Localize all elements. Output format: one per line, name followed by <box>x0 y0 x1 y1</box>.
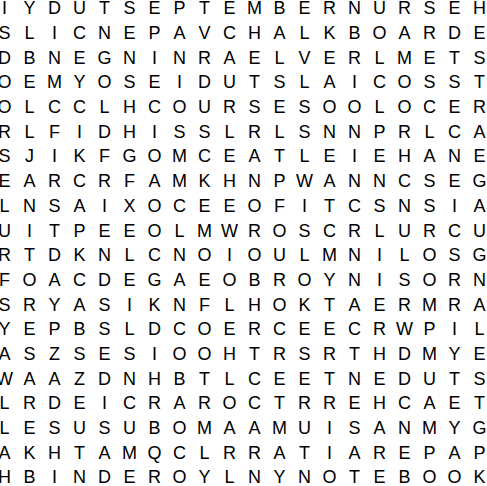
grid-cell[interactable]: G <box>467 416 487 441</box>
grid-cell[interactable]: A <box>167 21 192 46</box>
grid-cell[interactable]: S <box>167 119 192 144</box>
grid-cell[interactable]: Y <box>442 342 467 367</box>
grid-cell[interactable]: M <box>317 243 342 268</box>
grid-cell[interactable]: S <box>267 70 292 95</box>
grid-cell[interactable]: A <box>17 366 42 391</box>
grid-cell[interactable]: R <box>367 440 392 465</box>
grid-cell[interactable]: N <box>342 169 367 194</box>
grid-cell[interactable]: N <box>442 144 467 169</box>
grid-cell[interactable]: C <box>242 391 267 416</box>
grid-cell[interactable]: A <box>467 292 487 317</box>
grid-cell[interactable]: L <box>17 95 42 120</box>
grid-cell[interactable]: R <box>417 21 442 46</box>
grid-cell[interactable]: E <box>292 0 317 21</box>
grid-cell[interactable]: E <box>442 95 467 120</box>
grid-cell[interactable]: G <box>467 169 487 194</box>
grid-cell[interactable]: T <box>317 366 342 391</box>
grid-cell[interactable]: C <box>142 243 167 268</box>
grid-cell[interactable]: Y <box>267 465 292 486</box>
grid-cell[interactable]: O <box>217 391 242 416</box>
grid-cell[interactable]: U <box>117 416 142 441</box>
grid-cell[interactable]: E <box>342 391 367 416</box>
grid-cell[interactable]: W <box>392 317 417 342</box>
grid-cell[interactable]: S <box>467 45 487 70</box>
grid-cell[interactable]: N <box>392 194 417 219</box>
grid-cell[interactable]: A <box>267 440 292 465</box>
grid-cell[interactable]: T <box>442 366 467 391</box>
grid-cell[interactable]: F <box>42 119 67 144</box>
grid-cell[interactable]: M <box>192 218 217 243</box>
grid-cell[interactable]: F <box>192 292 217 317</box>
grid-cell[interactable]: T <box>242 70 267 95</box>
grid-cell[interactable]: O <box>217 268 242 293</box>
grid-cell[interactable]: B <box>142 416 167 441</box>
grid-cell[interactable]: S <box>442 243 467 268</box>
grid-cell[interactable]: R <box>342 218 367 243</box>
grid-cell[interactable]: K <box>67 144 92 169</box>
grid-cell[interactable]: B <box>17 465 42 486</box>
grid-cell[interactable]: S <box>67 342 92 367</box>
grid-cell[interactable]: E <box>92 218 117 243</box>
grid-cell[interactable]: D <box>0 45 17 70</box>
grid-cell[interactable]: U <box>192 95 217 120</box>
grid-cell[interactable]: R <box>317 0 342 21</box>
grid-cell[interactable]: E <box>317 144 342 169</box>
grid-cell[interactable]: I <box>442 194 467 219</box>
grid-cell[interactable]: A <box>242 416 267 441</box>
grid-cell[interactable]: T <box>17 243 42 268</box>
grid-cell[interactable]: N <box>117 366 142 391</box>
grid-cell[interactable]: I <box>217 243 242 268</box>
grid-cell[interactable]: P <box>42 317 67 342</box>
grid-cell[interactable]: E <box>367 366 392 391</box>
grid-cell[interactable]: T <box>67 440 92 465</box>
grid-cell[interactable]: E <box>142 0 167 21</box>
grid-cell[interactable]: E <box>217 144 242 169</box>
grid-cell[interactable]: Q <box>142 440 167 465</box>
grid-cell[interactable]: Y <box>0 317 17 342</box>
grid-cell[interactable]: O <box>192 317 217 342</box>
grid-cell[interactable]: J <box>17 144 42 169</box>
grid-cell[interactable]: D <box>42 243 67 268</box>
grid-cell[interactable]: I <box>167 70 192 95</box>
grid-cell[interactable]: L <box>367 95 392 120</box>
grid-cell[interactable]: R <box>0 119 17 144</box>
grid-cell[interactable]: R <box>17 292 42 317</box>
grid-cell[interactable]: V <box>292 45 317 70</box>
grid-cell[interactable]: O <box>317 95 342 120</box>
grid-cell[interactable]: A <box>417 391 442 416</box>
grid-cell[interactable]: M <box>167 144 192 169</box>
grid-cell[interactable]: M <box>267 416 292 441</box>
grid-cell[interactable]: A <box>217 416 242 441</box>
grid-cell[interactable]: G <box>117 144 142 169</box>
grid-cell[interactable]: N <box>17 194 42 219</box>
grid-cell[interactable]: F <box>0 268 17 293</box>
grid-cell[interactable]: I <box>317 416 342 441</box>
grid-cell[interactable]: W <box>217 218 242 243</box>
grid-cell[interactable]: U <box>417 366 442 391</box>
grid-cell[interactable]: E <box>217 0 242 21</box>
grid-cell[interactable]: O <box>0 70 17 95</box>
grid-cell[interactable]: U <box>67 0 92 21</box>
grid-cell[interactable]: E <box>392 440 417 465</box>
grid-cell[interactable]: E <box>317 45 342 70</box>
grid-cell[interactable]: O <box>367 21 392 46</box>
grid-cell[interactable]: T <box>467 391 487 416</box>
grid-cell[interactable]: C <box>392 391 417 416</box>
grid-cell[interactable]: M <box>242 0 267 21</box>
grid-cell[interactable]: T <box>267 391 292 416</box>
grid-cell[interactable]: R <box>217 95 242 120</box>
grid-cell[interactable]: L <box>292 70 317 95</box>
grid-cell[interactable]: M <box>417 292 442 317</box>
grid-cell[interactable]: C <box>367 70 392 95</box>
grid-cell[interactable]: I <box>142 119 167 144</box>
grid-cell[interactable]: H <box>367 342 392 367</box>
grid-cell[interactable]: L <box>92 95 117 120</box>
grid-cell[interactable]: O <box>417 268 442 293</box>
grid-cell[interactable]: R <box>392 292 417 317</box>
grid-cell[interactable]: S <box>292 95 317 120</box>
grid-cell[interactable]: D <box>42 0 67 21</box>
grid-cell[interactable]: L <box>0 416 17 441</box>
grid-cell[interactable]: O <box>92 70 117 95</box>
grid-cell[interactable]: D <box>92 268 117 293</box>
grid-cell[interactable]: R <box>367 317 392 342</box>
grid-cell[interactable]: O <box>267 292 292 317</box>
grid-cell[interactable]: K <box>292 292 317 317</box>
grid-cell[interactable]: E <box>217 317 242 342</box>
grid-cell[interactable]: L <box>167 218 192 243</box>
grid-cell[interactable]: D <box>42 391 67 416</box>
grid-cell[interactable]: E <box>417 45 442 70</box>
grid-cell[interactable]: S <box>92 317 117 342</box>
grid-cell[interactable]: L <box>392 243 417 268</box>
grid-cell[interactable]: N <box>92 243 117 268</box>
grid-cell[interactable]: F <box>267 194 292 219</box>
grid-cell[interactable]: C <box>117 391 142 416</box>
grid-cell[interactable]: O <box>292 268 317 293</box>
grid-cell[interactable]: H <box>392 144 417 169</box>
grid-cell[interactable]: A <box>42 366 67 391</box>
grid-cell[interactable]: R <box>0 243 17 268</box>
grid-cell[interactable]: Z <box>67 366 92 391</box>
grid-cell[interactable]: L <box>117 243 142 268</box>
grid-cell[interactable]: T <box>442 45 467 70</box>
grid-cell[interactable]: O <box>167 416 192 441</box>
grid-cell[interactable]: R <box>17 391 42 416</box>
grid-cell[interactable]: L <box>467 317 487 342</box>
grid-cell[interactable]: H <box>0 465 17 486</box>
grid-cell[interactable]: O <box>0 95 17 120</box>
grid-cell[interactable]: S <box>367 194 392 219</box>
grid-cell[interactable]: O <box>167 342 192 367</box>
grid-cell[interactable]: M <box>117 440 142 465</box>
grid-cell[interactable]: I <box>367 268 392 293</box>
grid-cell[interactable]: A <box>92 440 117 465</box>
grid-cell[interactable]: I <box>317 440 342 465</box>
grid-cell[interactable]: N <box>342 366 367 391</box>
grid-cell[interactable]: T <box>192 366 217 391</box>
grid-cell[interactable]: M <box>417 416 442 441</box>
grid-cell[interactable]: R <box>392 119 417 144</box>
grid-cell[interactable]: T <box>292 440 317 465</box>
grid-cell[interactable]: B <box>67 317 92 342</box>
grid-cell[interactable]: F <box>117 169 142 194</box>
grid-cell[interactable]: N <box>342 119 367 144</box>
grid-cell[interactable]: K <box>317 21 342 46</box>
grid-cell[interactable]: L <box>292 144 317 169</box>
grid-cell[interactable]: R <box>317 342 342 367</box>
grid-cell[interactable]: A <box>467 194 487 219</box>
grid-cell[interactable]: R <box>292 391 317 416</box>
grid-cell[interactable]: A <box>142 169 167 194</box>
grid-cell[interactable]: I <box>17 218 42 243</box>
grid-cell[interactable]: S <box>92 416 117 441</box>
grid-cell[interactable]: O <box>192 342 217 367</box>
grid-cell[interactable]: N <box>242 465 267 486</box>
grid-cell[interactable]: E <box>442 0 467 21</box>
grid-cell[interactable]: O <box>267 218 292 243</box>
grid-cell[interactable]: C <box>67 21 92 46</box>
grid-cell[interactable]: O <box>442 465 467 486</box>
grid-cell[interactable]: E <box>367 465 392 486</box>
grid-cell[interactable]: I <box>367 243 392 268</box>
grid-cell[interactable]: L <box>367 45 392 70</box>
grid-cell[interactable]: E <box>17 416 42 441</box>
grid-cell[interactable]: N <box>242 169 267 194</box>
grid-cell[interactable]: I <box>67 119 92 144</box>
grid-cell[interactable]: X <box>117 194 142 219</box>
grid-cell[interactable]: G <box>92 45 117 70</box>
grid-cell[interactable]: T <box>317 194 342 219</box>
grid-cell[interactable]: H <box>217 342 242 367</box>
grid-cell[interactable]: S <box>292 119 317 144</box>
grid-cell[interactable]: V <box>192 21 217 46</box>
grid-cell[interactable]: A <box>67 292 92 317</box>
grid-cell[interactable]: E <box>442 169 467 194</box>
grid-cell[interactable]: O <box>242 194 267 219</box>
grid-cell[interactable]: S <box>17 342 42 367</box>
grid-cell[interactable]: E <box>292 366 317 391</box>
grid-cell[interactable]: R <box>392 0 417 21</box>
grid-cell[interactable]: R <box>192 45 217 70</box>
grid-cell[interactable]: C <box>167 194 192 219</box>
grid-cell[interactable]: C <box>67 95 92 120</box>
grid-cell[interactable]: B <box>167 366 192 391</box>
grid-cell[interactable]: L <box>217 292 242 317</box>
grid-cell[interactable]: N <box>117 45 142 70</box>
grid-cell[interactable]: T <box>467 70 487 95</box>
grid-cell[interactable]: N <box>467 268 487 293</box>
grid-cell[interactable]: L <box>292 243 317 268</box>
grid-cell[interactable]: R <box>342 45 367 70</box>
grid-cell[interactable]: N <box>317 119 342 144</box>
grid-cell[interactable]: I <box>142 45 167 70</box>
grid-cell[interactable]: S <box>42 194 67 219</box>
grid-cell[interactable]: N <box>92 21 117 46</box>
grid-cell[interactable]: I <box>342 144 367 169</box>
grid-cell[interactable]: R <box>267 268 292 293</box>
grid-cell[interactable]: R <box>217 440 242 465</box>
grid-cell[interactable]: E <box>367 292 392 317</box>
grid-cell[interactable]: T <box>242 342 267 367</box>
grid-cell[interactable]: L <box>217 119 242 144</box>
grid-cell[interactable]: U <box>67 416 92 441</box>
grid-cell[interactable]: O <box>192 243 217 268</box>
grid-cell[interactable]: L <box>367 218 392 243</box>
grid-cell[interactable]: O <box>242 243 267 268</box>
grid-cell[interactable]: L <box>217 465 242 486</box>
grid-cell[interactable]: L <box>192 440 217 465</box>
grid-cell[interactable]: S <box>92 292 117 317</box>
grid-cell[interactable]: D <box>92 119 117 144</box>
grid-cell[interactable]: E <box>117 465 142 486</box>
grid-cell[interactable]: E <box>92 342 117 367</box>
grid-cell[interactable]: E <box>117 218 142 243</box>
grid-cell[interactable]: R <box>442 268 467 293</box>
grid-cell[interactable]: A <box>417 144 442 169</box>
grid-cell[interactable]: N <box>67 465 92 486</box>
grid-cell[interactable]: E <box>67 391 92 416</box>
grid-cell[interactable]: W <box>292 169 317 194</box>
grid-cell[interactable]: H <box>217 169 242 194</box>
grid-cell[interactable]: A <box>442 440 467 465</box>
grid-cell[interactable]: U <box>292 416 317 441</box>
grid-cell[interactable]: O <box>17 268 42 293</box>
grid-cell[interactable]: R <box>417 218 442 243</box>
grid-cell[interactable]: Y <box>42 292 67 317</box>
grid-cell[interactable]: A <box>317 70 342 95</box>
grid-cell[interactable]: C <box>342 194 367 219</box>
grid-cell[interactable]: M <box>192 416 217 441</box>
grid-cell[interactable]: P <box>67 218 92 243</box>
grid-cell[interactable]: P <box>367 119 392 144</box>
grid-cell[interactable]: A <box>217 45 242 70</box>
grid-cell[interactable]: H <box>367 391 392 416</box>
grid-cell[interactable]: P <box>467 440 487 465</box>
grid-cell[interactable]: L <box>217 366 242 391</box>
grid-cell[interactable]: N <box>342 268 367 293</box>
grid-cell[interactable]: E <box>267 366 292 391</box>
grid-cell[interactable]: U <box>367 0 392 21</box>
grid-cell[interactable]: B <box>392 465 417 486</box>
grid-cell[interactable]: I <box>142 342 167 367</box>
grid-cell[interactable]: A <box>342 440 367 465</box>
grid-cell[interactable]: S <box>292 218 317 243</box>
grid-cell[interactable]: E <box>317 317 342 342</box>
grid-cell[interactable]: S <box>0 21 17 46</box>
grid-cell[interactable]: G <box>142 268 167 293</box>
grid-cell[interactable]: C <box>142 95 167 120</box>
grid-cell[interactable]: L <box>292 21 317 46</box>
grid-cell[interactable]: N <box>392 416 417 441</box>
grid-cell[interactable]: S <box>42 416 67 441</box>
grid-cell[interactable]: K <box>142 292 167 317</box>
grid-cell[interactable]: R <box>317 391 342 416</box>
grid-cell[interactable]: U <box>392 218 417 243</box>
grid-cell[interactable]: S <box>417 70 442 95</box>
grid-cell[interactable]: C <box>42 95 67 120</box>
grid-cell[interactable]: E <box>367 144 392 169</box>
grid-cell[interactable]: O <box>167 465 192 486</box>
grid-cell[interactable]: C <box>442 218 467 243</box>
grid-cell[interactable]: E <box>217 194 242 219</box>
grid-cell[interactable]: N <box>167 243 192 268</box>
grid-cell[interactable]: T <box>342 465 367 486</box>
grid-cell[interactable]: I <box>42 465 67 486</box>
grid-cell[interactable]: C <box>242 366 267 391</box>
grid-cell[interactable]: H <box>467 0 487 21</box>
grid-cell[interactable]: O <box>142 218 167 243</box>
grid-cell[interactable]: K <box>67 243 92 268</box>
grid-cell[interactable]: E <box>467 21 487 46</box>
grid-cell[interactable]: R <box>267 342 292 367</box>
grid-cell[interactable]: E <box>0 169 17 194</box>
grid-cell[interactable]: N <box>292 465 317 486</box>
grid-cell[interactable]: S <box>442 70 467 95</box>
grid-cell[interactable]: K <box>467 465 487 486</box>
grid-cell[interactable]: D <box>92 366 117 391</box>
grid-cell[interactable]: C <box>317 218 342 243</box>
grid-cell[interactable]: A <box>367 416 392 441</box>
grid-cell[interactable]: I <box>0 0 17 21</box>
grid-cell[interactable]: C <box>267 317 292 342</box>
grid-cell[interactable]: R <box>467 95 487 120</box>
grid-cell[interactable]: N <box>342 243 367 268</box>
grid-cell[interactable]: R <box>92 169 117 194</box>
grid-cell[interactable]: R <box>42 169 67 194</box>
grid-cell[interactable]: I <box>92 391 117 416</box>
grid-cell[interactable]: T <box>342 342 367 367</box>
grid-cell[interactable]: B <box>342 21 367 46</box>
grid-cell[interactable]: Z <box>42 342 67 367</box>
grid-cell[interactable]: P <box>142 21 167 46</box>
grid-cell[interactable]: C <box>342 317 367 342</box>
grid-cell[interactable]: N <box>42 45 67 70</box>
grid-cell[interactable]: E <box>267 95 292 120</box>
grid-cell[interactable]: L <box>267 119 292 144</box>
grid-cell[interactable]: P <box>417 317 442 342</box>
grid-cell[interactable]: A <box>42 268 67 293</box>
grid-cell[interactable]: C <box>192 144 217 169</box>
grid-cell[interactable]: C <box>67 169 92 194</box>
grid-cell[interactable]: I <box>117 292 142 317</box>
grid-cell[interactable]: I <box>442 317 467 342</box>
grid-cell[interactable]: L <box>267 45 292 70</box>
grid-cell[interactable]: H <box>242 292 267 317</box>
grid-cell[interactable]: A <box>467 119 487 144</box>
grid-cell[interactable]: T <box>192 0 217 21</box>
grid-cell[interactable]: R <box>442 292 467 317</box>
grid-cell[interactable]: H <box>242 21 267 46</box>
grid-cell[interactable]: E <box>142 70 167 95</box>
grid-cell[interactable]: A <box>0 440 17 465</box>
grid-cell[interactable]: M <box>392 45 417 70</box>
grid-cell[interactable]: E <box>17 70 42 95</box>
grid-cell[interactable]: K <box>17 440 42 465</box>
grid-cell[interactable]: N <box>367 169 392 194</box>
grid-cell[interactable]: E <box>67 45 92 70</box>
grid-cell[interactable]: A <box>242 144 267 169</box>
grid-cell[interactable]: L <box>17 119 42 144</box>
grid-cell[interactable]: L <box>117 317 142 342</box>
grid-cell[interactable]: I <box>342 70 367 95</box>
grid-cell[interactable]: T <box>42 218 67 243</box>
grid-cell[interactable]: O <box>142 194 167 219</box>
grid-cell[interactable]: T <box>267 144 292 169</box>
